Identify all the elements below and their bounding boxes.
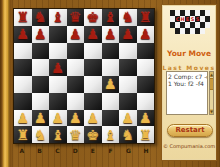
square-d2[interactable]: ♟ (67, 110, 85, 127)
square-e4[interactable] (84, 76, 102, 93)
piece-white-bishop[interactable]: ♝ (49, 126, 67, 143)
square-e6[interactable] (84, 43, 102, 60)
square-b1[interactable]: ♞ (32, 126, 50, 143)
square-g5[interactable] (119, 59, 137, 76)
move-list-scrollbar[interactable]: ▲ ▼ (209, 71, 214, 115)
square-g3[interactable] (119, 93, 137, 110)
square-h7[interactable]: ♟ (137, 26, 155, 43)
credit-text: © Compumania.com (162, 143, 216, 149)
square-b6[interactable] (32, 43, 50, 60)
piece-white-king[interactable]: ♚ (84, 126, 102, 143)
piece-white-pawn[interactable]: ♟ (84, 110, 102, 127)
square-d5[interactable] (67, 59, 85, 76)
square-d8[interactable]: ♛ (67, 9, 85, 26)
square-c2[interactable]: ♟ (49, 110, 67, 127)
piece-white-pawn[interactable]: ♟ (102, 76, 120, 93)
piece-black-pawn[interactable]: ♟ (137, 26, 155, 43)
restart-button[interactable]: Restart (167, 124, 213, 137)
file-label-h: H (137, 146, 155, 156)
square-e2[interactable]: ♟ (84, 110, 102, 127)
move-list[interactable]: 2 Comp: c7 -c51 You: f2 -f4 (166, 71, 208, 115)
square-c3[interactable] (49, 93, 67, 110)
square-e3[interactable] (84, 93, 102, 110)
square-f2[interactable] (102, 110, 120, 127)
square-d7[interactable]: ♟ (67, 26, 85, 43)
wood-frame-stripe (3, 0, 8, 167)
piece-white-knight[interactable]: ♞ (32, 126, 50, 143)
piece-white-pawn[interactable]: ♟ (49, 110, 67, 127)
square-f3[interactable] (102, 93, 120, 110)
file-label-f: F (102, 146, 120, 156)
square-h1[interactable]: ♜ (137, 126, 155, 143)
file-label-d: D (66, 146, 84, 156)
square-b7[interactable]: ♟ (32, 26, 50, 43)
piece-black-knight[interactable]: ♞ (32, 9, 50, 26)
square-c8[interactable]: ♝ (49, 9, 67, 26)
scroll-down-icon[interactable]: ▼ (210, 109, 213, 114)
piece-black-bishop[interactable]: ♝ (49, 9, 67, 26)
piece-black-rook[interactable]: ♜ (14, 9, 32, 26)
square-a1[interactable]: ♜ (14, 126, 32, 143)
file-label-b: B (31, 146, 49, 156)
piece-white-bishop[interactable]: ♝ (102, 126, 120, 143)
square-h3[interactable] (137, 93, 155, 110)
square-a7[interactable]: ♟ (14, 26, 32, 43)
file-labels: ABCDEFGH (13, 146, 155, 156)
piece-black-pawn[interactable]: ♟ (14, 26, 32, 43)
square-h4[interactable] (137, 76, 155, 93)
square-a4[interactable] (14, 76, 32, 93)
piece-black-bishop[interactable]: ♝ (102, 9, 120, 26)
file-label-g: G (120, 146, 138, 156)
piece-black-rook[interactable]: ♜ (137, 9, 155, 26)
piece-black-king[interactable]: ♚ (84, 9, 102, 26)
piece-black-knight[interactable]: ♞ (119, 9, 137, 26)
piece-white-pawn[interactable]: ♟ (67, 110, 85, 127)
square-b2[interactable]: ♟ (32, 110, 50, 127)
last-moves-title: Last Moves (162, 64, 216, 71)
piece-black-pawn[interactable]: ♟ (119, 26, 137, 43)
square-g7[interactable]: ♟ (119, 26, 137, 43)
piece-white-rook[interactable]: ♜ (137, 126, 155, 143)
piece-black-pawn[interactable]: ♟ (102, 26, 120, 43)
piece-black-pawn[interactable]: ♟ (67, 26, 85, 43)
piece-white-rook[interactable]: ♜ (14, 126, 32, 143)
scrollbar-thumb[interactable] (210, 78, 213, 90)
square-e1[interactable]: ♚ (84, 126, 102, 143)
square-e5[interactable] (84, 59, 102, 76)
square-g2[interactable]: ♟ (119, 110, 137, 127)
piece-white-knight[interactable]: ♞ (119, 126, 137, 143)
square-f8[interactable]: ♝ (102, 9, 120, 26)
square-e7[interactable]: ♟ (84, 26, 102, 43)
square-g8[interactable]: ♞ (119, 9, 137, 26)
square-h5[interactable] (137, 59, 155, 76)
square-g6[interactable] (119, 43, 137, 60)
square-d4[interactable] (67, 76, 85, 93)
square-d3[interactable] (67, 93, 85, 110)
square-f1[interactable]: ♝ (102, 126, 120, 143)
square-e8[interactable]: ♚ (84, 9, 102, 26)
square-b3[interactable] (32, 93, 50, 110)
square-h8[interactable]: ♜ (137, 9, 155, 26)
square-d1[interactable]: ♛ (67, 126, 85, 143)
square-f6[interactable] (102, 43, 120, 60)
piece-black-pawn[interactable]: ♟ (49, 59, 67, 76)
chess-app-window: ♜♞♝♛♚♝♞♜♟♟♟♟♟♟♟♟♟♟♟♟♟♟♟♟♜♞♝♛♚♝♞♜ ABCDEFG… (0, 0, 220, 167)
piece-black-pawn[interactable]: ♟ (84, 26, 102, 43)
piece-white-pawn[interactable]: ♟ (32, 110, 50, 127)
piece-black-pawn[interactable]: ♟ (32, 26, 50, 43)
logo-cell (205, 28, 210, 34)
square-a3[interactable] (14, 93, 32, 110)
square-h2[interactable]: ♟ (137, 110, 155, 127)
turn-status: Your Move (162, 49, 216, 58)
file-label-a: A (13, 146, 31, 156)
piece-white-queen[interactable]: ♛ (67, 126, 85, 143)
square-g1[interactable]: ♞ (119, 126, 137, 143)
square-c6[interactable] (49, 43, 67, 60)
side-panel: CHESS Your Move Last Moves 2 Comp: c7 -c… (161, 4, 217, 161)
chess-logo: CHESS (170, 10, 210, 34)
piece-white-pawn[interactable]: ♟ (137, 110, 155, 127)
file-label-c: C (49, 146, 67, 156)
square-a8[interactable]: ♜ (14, 9, 32, 26)
move-entry: 2 Comp: c7 -c5 (168, 73, 207, 80)
scroll-up-icon[interactable]: ▲ (210, 72, 213, 77)
piece-white-pawn[interactable]: ♟ (119, 110, 137, 127)
square-a2[interactable]: ♟ (14, 110, 32, 127)
square-g4[interactable] (119, 76, 137, 93)
square-c4[interactable] (49, 76, 67, 93)
square-f7[interactable]: ♟ (102, 26, 120, 43)
square-a5[interactable] (14, 59, 32, 76)
square-b5[interactable] (32, 59, 50, 76)
square-c1[interactable]: ♝ (49, 126, 67, 143)
piece-black-queen[interactable]: ♛ (67, 9, 85, 26)
board: ♜♞♝♛♚♝♞♜♟♟♟♟♟♟♟♟♟♟♟♟♟♟♟♟♜♞♝♛♚♝♞♜ (13, 8, 155, 144)
square-c7[interactable] (49, 26, 67, 43)
square-c5[interactable]: ♟ (49, 59, 67, 76)
file-label-e: E (84, 146, 102, 156)
piece-white-pawn[interactable]: ♟ (14, 110, 32, 127)
square-f5[interactable] (102, 59, 120, 76)
square-d6[interactable] (67, 43, 85, 60)
square-f4[interactable]: ♟ (102, 76, 120, 93)
square-b8[interactable]: ♞ (32, 9, 50, 26)
square-b4[interactable] (32, 76, 50, 93)
square-h6[interactable] (137, 43, 155, 60)
move-entry: 1 You: f2 -f4 (168, 80, 207, 87)
square-a6[interactable] (14, 43, 32, 60)
